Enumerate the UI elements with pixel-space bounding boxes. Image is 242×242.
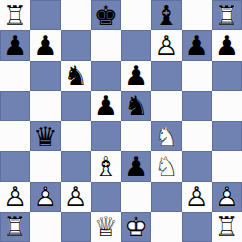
square-d4[interactable] <box>91 121 121 151</box>
square-b3[interactable] <box>30 151 60 181</box>
piece-body: ♞ <box>61 61 91 91</box>
square-h3[interactable] <box>212 151 242 181</box>
piece-outline: ♙ <box>212 182 242 212</box>
square-f8[interactable]: ♝ <box>151 0 181 30</box>
square-d1[interactable]: ♛♕ <box>91 212 121 242</box>
square-e4[interactable] <box>121 121 151 151</box>
square-e2[interactable] <box>121 182 151 212</box>
square-c2[interactable]: ♟♙ <box>61 182 91 212</box>
square-a8[interactable]: ♜♖ <box>0 0 30 30</box>
piece-white-knight[interactable]: ♞♘ <box>151 121 181 151</box>
square-c5[interactable] <box>61 91 91 121</box>
piece-outline: ♙ <box>182 182 212 212</box>
piece-white-knight[interactable]: ♞♘ <box>151 151 181 181</box>
piece-outline: ♖ <box>212 0 242 30</box>
square-b4[interactable]: ♛ <box>30 121 60 151</box>
piece-black-pawn[interactable]: ♟ <box>30 30 60 60</box>
piece-black-knight[interactable]: ♞ <box>61 61 91 91</box>
piece-white-pawn[interactable]: ♟♙ <box>61 182 91 212</box>
square-f3[interactable]: ♞♘ <box>151 151 181 181</box>
square-d6[interactable] <box>91 61 121 91</box>
square-h6[interactable] <box>212 61 242 91</box>
piece-black-pawn[interactable]: ♟ <box>0 30 30 60</box>
piece-outline: ♖ <box>0 0 30 30</box>
square-h2[interactable]: ♟♙ <box>212 182 242 212</box>
piece-body: ♞ <box>121 91 151 121</box>
square-d3[interactable]: ♝♗ <box>91 151 121 181</box>
square-e1[interactable]: ♚♔ <box>121 212 151 242</box>
piece-black-pawn[interactable]: ♟ <box>212 30 242 60</box>
square-c1[interactable] <box>61 212 91 242</box>
square-c6[interactable]: ♞ <box>61 61 91 91</box>
piece-outline: ♙ <box>30 182 60 212</box>
square-c4[interactable] <box>61 121 91 151</box>
piece-black-pawn[interactable]: ♟ <box>121 151 151 181</box>
square-b6[interactable] <box>30 61 60 91</box>
piece-body: ♟ <box>182 30 212 60</box>
chess-board: ♜♖♚♝♜♖♟♟♟♙♟♟♞♟♟♞♛♞♘♝♗♟♞♘♟♙♟♙♟♙♟♙♟♙♜♖♛♕♚♔… <box>0 0 242 242</box>
piece-black-queen[interactable]: ♛ <box>30 121 60 151</box>
square-a6[interactable] <box>0 61 30 91</box>
square-g6[interactable] <box>182 61 212 91</box>
square-b2[interactable]: ♟♙ <box>30 182 60 212</box>
piece-outline: ♙ <box>151 30 181 60</box>
square-e8[interactable] <box>121 0 151 30</box>
square-h8[interactable]: ♜♖ <box>212 0 242 30</box>
piece-black-pawn[interactable]: ♟ <box>121 61 151 91</box>
square-e7[interactable] <box>121 30 151 60</box>
square-c3[interactable] <box>61 151 91 181</box>
square-a1[interactable]: ♜♖ <box>0 212 30 242</box>
square-d5[interactable]: ♟ <box>91 91 121 121</box>
piece-outline: ♗ <box>91 151 121 181</box>
square-a5[interactable] <box>0 91 30 121</box>
piece-body: ♟ <box>121 61 151 91</box>
piece-white-rook[interactable]: ♜♖ <box>0 212 30 242</box>
piece-white-pawn[interactable]: ♟♙ <box>182 182 212 212</box>
piece-body: ♚ <box>91 0 121 30</box>
piece-outline: ♙ <box>0 182 30 212</box>
piece-white-rook[interactable]: ♜♖ <box>212 212 242 242</box>
square-d2[interactable] <box>91 182 121 212</box>
square-f2[interactable] <box>151 182 181 212</box>
piece-outline: ♕ <box>91 212 121 242</box>
square-g3[interactable] <box>182 151 212 181</box>
square-b5[interactable] <box>30 91 60 121</box>
square-a2[interactable]: ♟♙ <box>0 182 30 212</box>
square-f1[interactable] <box>151 212 181 242</box>
piece-black-king[interactable]: ♚ <box>91 0 121 30</box>
piece-black-pawn[interactable]: ♟ <box>182 30 212 60</box>
piece-body: ♟ <box>30 30 60 60</box>
square-h1[interactable]: ♜♖ <box>212 212 242 242</box>
piece-white-pawn[interactable]: ♟♙ <box>212 182 242 212</box>
square-e3[interactable]: ♟ <box>121 151 151 181</box>
piece-outline: ♖ <box>212 212 242 242</box>
square-c8[interactable] <box>61 0 91 30</box>
square-h4[interactable] <box>212 121 242 151</box>
piece-white-rook[interactable]: ♜♖ <box>0 0 30 30</box>
piece-outline: ♙ <box>61 182 91 212</box>
piece-white-pawn[interactable]: ♟♙ <box>0 182 30 212</box>
square-g7[interactable]: ♟ <box>182 30 212 60</box>
square-d8[interactable]: ♚ <box>91 0 121 30</box>
square-d7[interactable] <box>91 30 121 60</box>
square-h7[interactable]: ♟ <box>212 30 242 60</box>
piece-outline: ♘ <box>151 121 181 151</box>
square-g2[interactable]: ♟♙ <box>182 182 212 212</box>
square-b7[interactable]: ♟ <box>30 30 60 60</box>
square-f7[interactable]: ♟♙ <box>151 30 181 60</box>
piece-body: ♟ <box>0 30 30 60</box>
square-g1[interactable] <box>182 212 212 242</box>
square-g5[interactable] <box>182 91 212 121</box>
piece-black-bishop[interactable]: ♝ <box>151 0 181 30</box>
piece-white-queen[interactable]: ♛♕ <box>91 212 121 242</box>
piece-body: ♝ <box>151 0 181 30</box>
piece-outline: ♘ <box>151 151 181 181</box>
piece-white-king[interactable]: ♚♔ <box>121 212 151 242</box>
square-a3[interactable] <box>0 151 30 181</box>
piece-white-bishop[interactable]: ♝♗ <box>91 151 121 181</box>
square-b1[interactable] <box>30 212 60 242</box>
square-f6[interactable] <box>151 61 181 91</box>
piece-white-pawn[interactable]: ♟♙ <box>151 30 181 60</box>
square-e6[interactable]: ♟ <box>121 61 151 91</box>
square-g4[interactable] <box>182 121 212 151</box>
piece-black-knight[interactable]: ♞ <box>121 91 151 121</box>
piece-body: ♛ <box>30 121 60 151</box>
piece-body: ♟ <box>212 30 242 60</box>
square-f5[interactable] <box>151 91 181 121</box>
square-a4[interactable] <box>0 121 30 151</box>
square-a7[interactable]: ♟ <box>0 30 30 60</box>
piece-white-rook[interactable]: ♜♖ <box>212 0 242 30</box>
square-e5[interactable]: ♞ <box>121 91 151 121</box>
square-f4[interactable]: ♞♘ <box>151 121 181 151</box>
piece-white-pawn[interactable]: ♟♙ <box>30 182 60 212</box>
piece-outline: ♔ <box>121 212 151 242</box>
piece-body: ♟ <box>121 151 151 181</box>
piece-black-pawn[interactable]: ♟ <box>91 91 121 121</box>
square-b8[interactable] <box>30 0 60 30</box>
piece-body: ♟ <box>91 91 121 121</box>
piece-outline: ♖ <box>0 212 30 242</box>
square-g8[interactable] <box>182 0 212 30</box>
square-c7[interactable] <box>61 30 91 60</box>
square-h5[interactable] <box>212 91 242 121</box>
